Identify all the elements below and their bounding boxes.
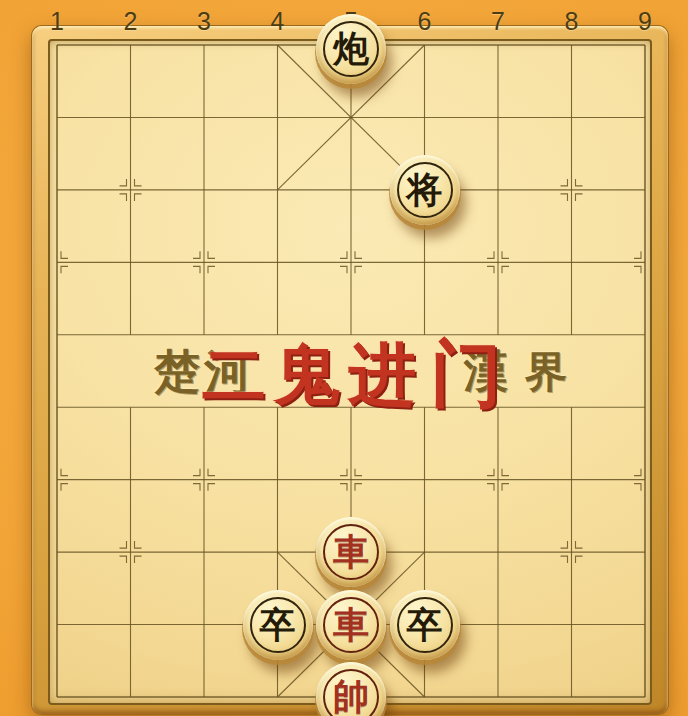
river-char-进: 进	[348, 340, 416, 408]
piece-red-chariot[interactable]: 車	[316, 590, 386, 660]
piece-glyph: 車	[333, 606, 369, 642]
piece-glyph: 帥	[333, 678, 369, 714]
file-number-1: 1	[50, 7, 64, 36]
river-char-楚: 楚	[154, 348, 200, 394]
piece-glyph: 将	[407, 171, 443, 207]
file-number-4: 4	[271, 7, 285, 36]
piece-black-cannon[interactable]: 炮	[316, 14, 386, 84]
piece-red-chariot[interactable]: 車	[316, 517, 386, 587]
file-number-6: 6	[418, 7, 432, 36]
piece-glyph: 卒	[407, 606, 443, 642]
piece-glyph: 車	[333, 533, 369, 569]
piece-glyph: 炮	[333, 30, 369, 66]
river-char-门: 门	[430, 338, 502, 410]
river-char-鬼: 鬼	[274, 341, 340, 407]
river-char-二: 二	[202, 343, 266, 407]
piece-black-soldier[interactable]: 卒	[243, 590, 313, 660]
file-number-2: 2	[124, 7, 138, 36]
xiangqi-screenshot: { "game": "xiangqi", "position": { "fen"…	[0, 0, 688, 716]
piece-glyph: 卒	[260, 606, 296, 642]
piece-black-soldier[interactable]: 卒	[390, 590, 460, 660]
file-number-8: 8	[565, 7, 579, 36]
river-char-界: 界	[525, 351, 567, 393]
piece-black-general[interactable]: 将	[390, 155, 460, 225]
file-number-9: 9	[638, 7, 652, 36]
file-number-7: 7	[491, 7, 505, 36]
file-number-3: 3	[197, 7, 211, 36]
